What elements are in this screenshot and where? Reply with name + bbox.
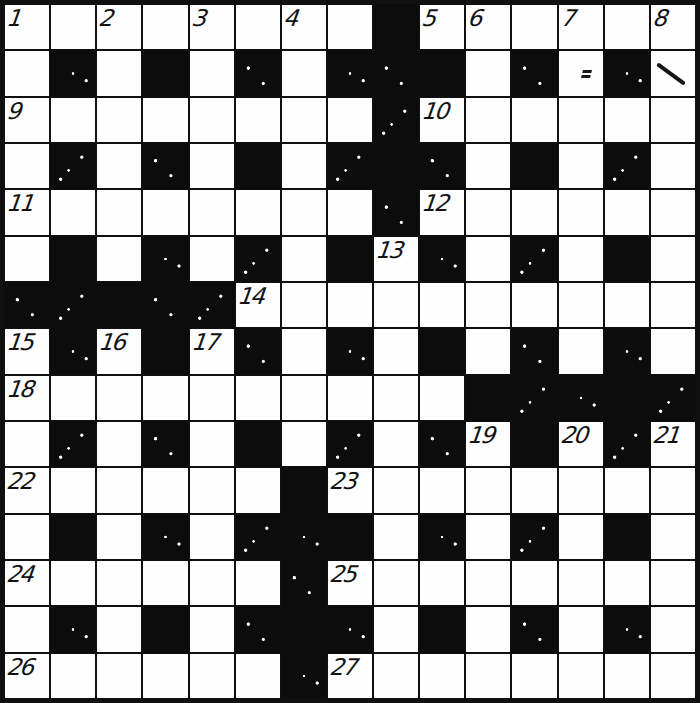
clue-number-6: 6 <box>467 5 482 31</box>
cell-r0c9[interactable]: 5 <box>419 4 465 50</box>
cell-r10c0[interactable]: 22 <box>4 467 50 513</box>
cell-r3c2[interactable] <box>96 143 142 189</box>
cell-r12c12[interactable] <box>558 560 604 606</box>
cell-r14c7[interactable]: 27 <box>327 653 373 699</box>
cell-r12c3[interactable] <box>142 560 188 606</box>
cell-r5c6[interactable] <box>281 236 327 282</box>
cell-r3c0[interactable] <box>4 143 50 189</box>
cell-r10c4[interactable] <box>189 467 235 513</box>
cell-r9c8[interactable] <box>373 421 419 467</box>
cell-r2c11[interactable] <box>511 97 557 143</box>
clue-number-7: 7 <box>559 5 574 31</box>
block-r6c0 <box>4 282 50 328</box>
block-r3c11 <box>511 143 557 189</box>
cell-r6c13[interactable] <box>604 282 650 328</box>
block-r7c11 <box>511 328 557 374</box>
block-r11c5 <box>235 514 281 560</box>
cell-r6c14[interactable] <box>650 282 696 328</box>
block-r9c9 <box>419 421 465 467</box>
cell-r0c0[interactable]: 1 <box>4 4 50 50</box>
cell-r0c14[interactable]: 8 <box>650 4 696 50</box>
block-r7c1 <box>50 328 96 374</box>
block-r5c11 <box>511 236 557 282</box>
cell-r1c10[interactable] <box>465 50 511 96</box>
cell-r10c7[interactable]: 23 <box>327 467 373 513</box>
block-r3c7 <box>327 143 373 189</box>
block-r3c8 <box>373 143 419 189</box>
cell-r0c7[interactable] <box>327 4 373 50</box>
cell-r2c4[interactable] <box>189 97 235 143</box>
cell-r6c9[interactable] <box>419 282 465 328</box>
cell-r12c8[interactable] <box>373 560 419 606</box>
cell-r12c5[interactable] <box>235 560 281 606</box>
cell-r13c14[interactable] <box>650 606 696 652</box>
block-r11c11 <box>511 514 557 560</box>
clue-number-15: 15 <box>5 329 33 355</box>
block-r8c14 <box>650 375 696 421</box>
block-r0c8 <box>373 4 419 50</box>
cell-r6c11[interactable] <box>511 282 557 328</box>
cell-r13c8[interactable] <box>373 606 419 652</box>
cell-r2c9[interactable]: 10 <box>419 97 465 143</box>
cell-r14c14[interactable] <box>650 653 696 699</box>
cell-r6c7[interactable] <box>327 282 373 328</box>
clue-number-3: 3 <box>190 5 205 31</box>
cell-r6c6[interactable] <box>281 282 327 328</box>
cell-r3c14[interactable] <box>650 143 696 189</box>
cell-r8c2[interactable] <box>96 375 142 421</box>
cell-r0c13[interactable] <box>604 4 650 50</box>
cell-r10c2[interactable] <box>96 467 142 513</box>
cell-r2c14[interactable] <box>650 97 696 143</box>
cell-r10c11[interactable] <box>511 467 557 513</box>
cell-r6c8[interactable] <box>373 282 419 328</box>
cell-r3c10[interactable] <box>465 143 511 189</box>
block-r6c3 <box>142 282 188 328</box>
block-r11c13 <box>604 514 650 560</box>
cell-r10c1[interactable] <box>50 467 96 513</box>
cell-r4c12[interactable] <box>558 189 604 235</box>
cell-r2c7[interactable] <box>327 97 373 143</box>
cell-r4c7[interactable] <box>327 189 373 235</box>
cell-r2c5[interactable] <box>235 97 281 143</box>
cell-r8c6[interactable] <box>281 375 327 421</box>
cell-r4c11[interactable] <box>511 189 557 235</box>
clue-number-4: 4 <box>282 5 297 31</box>
block-r6c2 <box>96 282 142 328</box>
block-r5c9 <box>419 236 465 282</box>
cell-r8c0[interactable]: 18 <box>4 375 50 421</box>
cell-r8c5[interactable] <box>235 375 281 421</box>
cell-r5c2[interactable] <box>96 236 142 282</box>
cell-r14c9[interactable] <box>419 653 465 699</box>
block-r1c5 <box>235 50 281 96</box>
cell-r13c4[interactable] <box>189 606 235 652</box>
block-r3c3 <box>142 143 188 189</box>
cell-r8c7[interactable] <box>327 375 373 421</box>
cell-r12c2[interactable] <box>96 560 142 606</box>
block-r8c11 <box>511 375 557 421</box>
block-r11c9 <box>419 514 465 560</box>
cell-r1c2[interactable] <box>96 50 142 96</box>
block-r9c1 <box>50 421 96 467</box>
cell-r8c8[interactable] <box>373 375 419 421</box>
cell-r12c9[interactable] <box>419 560 465 606</box>
cell-r14c4[interactable] <box>189 653 235 699</box>
cell-r2c6[interactable] <box>281 97 327 143</box>
cell-r0c5[interactable] <box>235 4 281 50</box>
cell-r10c12[interactable] <box>558 467 604 513</box>
clue-number-13: 13 <box>374 237 402 263</box>
cell-r8c1[interactable] <box>50 375 96 421</box>
clue-number-9: 9 <box>5 98 20 124</box>
cell-r1c4[interactable] <box>189 50 235 96</box>
block-r13c6 <box>281 606 327 652</box>
clue-number-5: 5 <box>420 5 435 31</box>
block-r9c5 <box>235 421 281 467</box>
cell-r12c11[interactable] <box>511 560 557 606</box>
cell-r1c0[interactable] <box>4 50 50 96</box>
block-r8c10 <box>465 375 511 421</box>
clue-number-22: 22 <box>5 468 33 494</box>
block-r1c8 <box>373 50 419 96</box>
cell-r4c5[interactable] <box>235 189 281 235</box>
clue-number-20: 20 <box>559 422 587 448</box>
cell-r14c11[interactable] <box>511 653 557 699</box>
block-r1c3 <box>142 50 188 96</box>
block-r1c9 <box>419 50 465 96</box>
cell-r13c2[interactable] <box>96 606 142 652</box>
cell-r10c10[interactable] <box>465 467 511 513</box>
block-r10c6 <box>281 467 327 513</box>
block-r9c3 <box>142 421 188 467</box>
cell-r0c2[interactable]: 2 <box>96 4 142 50</box>
cell-r14c8[interactable] <box>373 653 419 699</box>
cell-r0c4[interactable]: 3 <box>189 4 235 50</box>
block-r7c3 <box>142 328 188 374</box>
cell-r14c0[interactable]: 26 <box>4 653 50 699</box>
cell-r14c2[interactable] <box>96 653 142 699</box>
cell-r14c12[interactable] <box>558 653 604 699</box>
cell-r3c12[interactable] <box>558 143 604 189</box>
cell-r13c12[interactable] <box>558 606 604 652</box>
cell-r2c1[interactable] <box>50 97 96 143</box>
cell-r0c12[interactable]: 7 <box>558 4 604 50</box>
cell-r4c14[interactable] <box>650 189 696 235</box>
stray-slash-mark <box>656 62 686 85</box>
cell-r10c3[interactable] <box>142 467 188 513</box>
cell-r4c4[interactable] <box>189 189 235 235</box>
cell-r11c10[interactable] <box>465 514 511 560</box>
cell-r2c2[interactable] <box>96 97 142 143</box>
block-r5c1 <box>50 236 96 282</box>
block-r3c5 <box>235 143 281 189</box>
cell-r12c0[interactable]: 24 <box>4 560 50 606</box>
cell-r5c14[interactable] <box>650 236 696 282</box>
cell-r9c0[interactable] <box>4 421 50 467</box>
cell-r2c0[interactable]: 9 <box>4 97 50 143</box>
block-r3c9 <box>419 143 465 189</box>
cell-r2c10[interactable] <box>465 97 511 143</box>
cell-r9c4[interactable] <box>189 421 235 467</box>
block-r8c13 <box>604 375 650 421</box>
cell-r1c14[interactable] <box>650 50 696 96</box>
cell-r9c2[interactable] <box>96 421 142 467</box>
cell-r9c6[interactable] <box>281 421 327 467</box>
block-r11c3 <box>142 514 188 560</box>
cell-r11c14[interactable] <box>650 514 696 560</box>
cell-r12c14[interactable] <box>650 560 696 606</box>
cell-r11c8[interactable] <box>373 514 419 560</box>
block-r11c6 <box>281 514 327 560</box>
crossword-board: 1234567891011121314151617181920212223242… <box>0 0 700 703</box>
cell-r7c4[interactable]: 17 <box>189 328 235 374</box>
cell-r10c5[interactable] <box>235 467 281 513</box>
cell-r10c14[interactable] <box>650 467 696 513</box>
clue-number-14: 14 <box>236 283 264 309</box>
cell-r7c8[interactable] <box>373 328 419 374</box>
block-r13c7 <box>327 606 373 652</box>
block-r2c8 <box>373 97 419 143</box>
cell-r6c10[interactable] <box>465 282 511 328</box>
cell-r7c0[interactable]: 15 <box>4 328 50 374</box>
cell-r4c2[interactable] <box>96 189 142 235</box>
cell-r12c13[interactable] <box>604 560 650 606</box>
cell-r11c4[interactable] <box>189 514 235 560</box>
block-r5c3 <box>142 236 188 282</box>
block-r13c3 <box>142 606 188 652</box>
cell-r6c5[interactable]: 14 <box>235 282 281 328</box>
cell-r10c9[interactable] <box>419 467 465 513</box>
cell-r4c9[interactable]: 12 <box>419 189 465 235</box>
cell-r12c10[interactable] <box>465 560 511 606</box>
block-r6c4 <box>189 282 235 328</box>
cell-r5c4[interactable] <box>189 236 235 282</box>
cell-r8c9[interactable] <box>419 375 465 421</box>
cell-r14c3[interactable] <box>142 653 188 699</box>
cell-r7c10[interactable] <box>465 328 511 374</box>
block-r5c13 <box>604 236 650 282</box>
block-r3c1 <box>50 143 96 189</box>
clue-number-10: 10 <box>420 98 448 124</box>
cell-r8c3[interactable] <box>142 375 188 421</box>
block-r3c13 <box>604 143 650 189</box>
clue-number-19: 19 <box>467 422 495 448</box>
cell-r11c2[interactable] <box>96 514 142 560</box>
cell-r2c3[interactable] <box>142 97 188 143</box>
block-r8c12 <box>558 375 604 421</box>
block-r1c7 <box>327 50 373 96</box>
block-r1c1 <box>50 50 96 96</box>
cell-r0c3[interactable] <box>142 4 188 50</box>
block-r1c13 <box>604 50 650 96</box>
cell-r5c0[interactable] <box>4 236 50 282</box>
block-r5c7 <box>327 236 373 282</box>
cell-r4c0[interactable]: 11 <box>4 189 50 235</box>
block-r9c7 <box>327 421 373 467</box>
clue-number-21: 21 <box>651 422 679 448</box>
block-r12c6 <box>281 560 327 606</box>
block-r11c7 <box>327 514 373 560</box>
block-r7c5 <box>235 328 281 374</box>
block-r7c7 <box>327 328 373 374</box>
cell-r7c12[interactable] <box>558 328 604 374</box>
cell-r4c10[interactable] <box>465 189 511 235</box>
cell-r0c10[interactable]: 6 <box>465 4 511 50</box>
block-r9c13 <box>604 421 650 467</box>
block-r13c1 <box>50 606 96 652</box>
cell-r13c10[interactable] <box>465 606 511 652</box>
block-r6c1 <box>50 282 96 328</box>
clue-number-25: 25 <box>328 561 356 587</box>
clue-number-16: 16 <box>97 329 125 355</box>
clue-number-1: 1 <box>5 5 20 31</box>
cell-r11c12[interactable] <box>558 514 604 560</box>
cell-r9c12[interactable]: 20 <box>558 421 604 467</box>
cell-r11c0[interactable] <box>4 514 50 560</box>
clue-number-27: 27 <box>328 654 356 680</box>
cell-r14c13[interactable] <box>604 653 650 699</box>
block-r14c6 <box>281 653 327 699</box>
clue-number-2: 2 <box>97 5 112 31</box>
cell-r2c13[interactable] <box>604 97 650 143</box>
clue-number-11: 11 <box>5 190 33 216</box>
cell-r12c1[interactable] <box>50 560 96 606</box>
cell-r12c4[interactable] <box>189 560 235 606</box>
cell-r1c6[interactable] <box>281 50 327 96</box>
cell-r10c13[interactable] <box>604 467 650 513</box>
cell-r0c1[interactable] <box>50 4 96 50</box>
clue-number-17: 17 <box>190 329 218 355</box>
cell-r5c8[interactable]: 13 <box>373 236 419 282</box>
block-r11c1 <box>50 514 96 560</box>
clue-number-12: 12 <box>420 190 448 216</box>
block-r5c5 <box>235 236 281 282</box>
block-r4c8 <box>373 189 419 235</box>
block-r13c13 <box>604 606 650 652</box>
cell-r4c13[interactable] <box>604 189 650 235</box>
cell-r14c5[interactable] <box>235 653 281 699</box>
cell-r6c12[interactable] <box>558 282 604 328</box>
cell-r4c6[interactable] <box>281 189 327 235</box>
cell-r7c14[interactable] <box>650 328 696 374</box>
block-r13c11 <box>511 606 557 652</box>
cell-r0c6[interactable]: 4 <box>281 4 327 50</box>
clue-number-18: 18 <box>5 376 33 402</box>
cell-r5c10[interactable] <box>465 236 511 282</box>
block-r7c9 <box>419 328 465 374</box>
block-r1c11 <box>511 50 557 96</box>
block-r9c11 <box>511 421 557 467</box>
clue-number-23: 23 <box>328 468 356 494</box>
cell-r7c6[interactable] <box>281 328 327 374</box>
clue-number-26: 26 <box>5 654 33 680</box>
cell-r0c11[interactable] <box>511 4 557 50</box>
cell-r3c6[interactable] <box>281 143 327 189</box>
stray-equals-mark <box>581 70 592 78</box>
block-r13c5 <box>235 606 281 652</box>
cell-r9c14[interactable]: 21 <box>650 421 696 467</box>
cell-r10c8[interactable] <box>373 467 419 513</box>
cell-r14c10[interactable] <box>465 653 511 699</box>
cell-r2c12[interactable] <box>558 97 604 143</box>
clue-number-8: 8 <box>651 5 666 31</box>
cell-r7c2[interactable]: 16 <box>96 328 142 374</box>
cell-r9c10[interactable]: 19 <box>465 421 511 467</box>
cell-r3c4[interactable] <box>189 143 235 189</box>
cell-r5c12[interactable] <box>558 236 604 282</box>
block-r7c13 <box>604 328 650 374</box>
block-r13c9 <box>419 606 465 652</box>
cell-r12c7[interactable]: 25 <box>327 560 373 606</box>
cell-r8c4[interactable] <box>189 375 235 421</box>
cell-r4c3[interactable] <box>142 189 188 235</box>
cell-r1c12[interactable] <box>558 50 604 96</box>
cell-r14c1[interactable] <box>50 653 96 699</box>
cell-r13c0[interactable] <box>4 606 50 652</box>
cell-r4c1[interactable] <box>50 189 96 235</box>
clue-number-24: 24 <box>5 561 33 587</box>
